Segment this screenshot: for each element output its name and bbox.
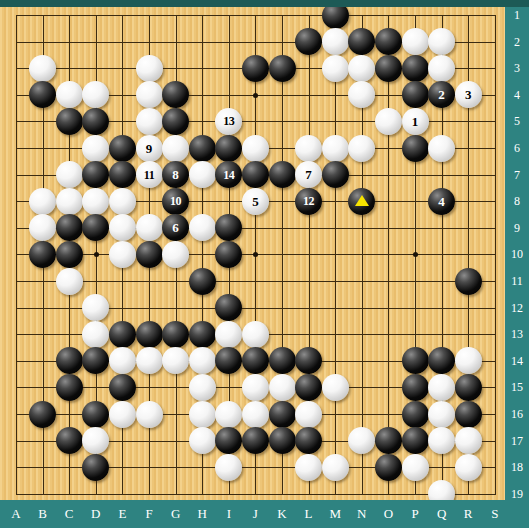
board-cell (415, 281, 442, 308)
column-label-f: F (139, 506, 159, 522)
board-cell (122, 15, 149, 42)
column-label-e: E (112, 506, 132, 522)
board-cell (468, 148, 495, 175)
go-board-screenshot: 2313191181471051246 ABCDEFGHIJKLMNOPQRS1… (0, 0, 529, 528)
move-number-label: 3 (465, 88, 472, 101)
move-number-label: 5 (252, 195, 259, 208)
white-stone-m6[interactable] (322, 135, 349, 162)
row-label-18: 18 (505, 460, 529, 475)
white-stone-r17[interactable] (455, 427, 482, 454)
black-stone-p16[interactable] (402, 401, 429, 428)
column-label-c: C (59, 506, 79, 522)
black-stone-p4[interactable] (402, 81, 429, 108)
column-label-m: M (325, 506, 345, 522)
board-cell (16, 361, 43, 388)
black-stone-k17[interactable] (269, 427, 296, 454)
board-cell (415, 228, 442, 255)
white-stone-j6[interactable] (242, 135, 269, 162)
black-stone-d16[interactable] (82, 401, 109, 428)
board-cell (468, 201, 495, 228)
white-stone-l18[interactable] (295, 454, 322, 481)
black-stone-n8[interactable] (348, 188, 375, 215)
white-stone-j15[interactable] (242, 374, 269, 401)
black-stone-l17[interactable] (295, 427, 322, 454)
black-stone-r15[interactable] (455, 374, 482, 401)
board-cell (335, 281, 362, 308)
black-stone-g5[interactable] (162, 108, 189, 135)
board-cell (16, 334, 43, 361)
board-cell (309, 95, 336, 122)
white-stone-b8[interactable] (29, 188, 56, 215)
black-stone-c15[interactable] (56, 374, 83, 401)
board-cell (282, 228, 309, 255)
white-stone-r14[interactable] (455, 347, 482, 374)
black-stone-j3[interactable] (242, 55, 269, 82)
board-cell (149, 467, 176, 494)
board-cell (69, 42, 96, 69)
row-label-5: 5 (505, 114, 529, 129)
black-stone-e15[interactable] (109, 374, 136, 401)
white-stone-q2[interactable] (428, 28, 455, 55)
black-stone-p17[interactable] (402, 427, 429, 454)
board-cell (309, 308, 336, 335)
board-cell (388, 254, 415, 281)
black-stone-g8[interactable]: 10 (162, 188, 189, 215)
white-stone-e10[interactable] (109, 241, 136, 268)
board-cell (255, 281, 282, 308)
row-label-16: 16 (505, 407, 529, 422)
board-cell (442, 228, 469, 255)
row-label-13: 13 (505, 327, 529, 342)
move-number-label: 11 (144, 169, 154, 181)
white-stone-m18[interactable] (322, 454, 349, 481)
black-stone-r16[interactable] (455, 401, 482, 428)
board-cell (255, 95, 282, 122)
row-label-17: 17 (505, 434, 529, 449)
board-cell (96, 42, 123, 69)
white-stone-p5[interactable]: 1 (402, 108, 429, 135)
white-stone-d13[interactable] (82, 321, 109, 348)
board-cell (282, 281, 309, 308)
board-cell (202, 68, 229, 95)
board-cell (468, 42, 495, 69)
board-cell (255, 254, 282, 281)
row-label-19: 19 (505, 487, 529, 502)
board-cell (335, 254, 362, 281)
board-cell (468, 228, 495, 255)
white-stone-h9[interactable] (189, 214, 216, 241)
white-stone-f16[interactable] (136, 401, 163, 428)
board-cell (468, 175, 495, 202)
row-label-14: 14 (505, 354, 529, 369)
white-stone-i13[interactable] (215, 321, 242, 348)
white-stone-o5[interactable] (375, 108, 402, 135)
white-stone-m3[interactable] (322, 55, 349, 82)
column-label-b: B (33, 506, 53, 522)
white-stone-l7[interactable]: 7 (295, 161, 322, 188)
column-label-h: H (192, 506, 212, 522)
board-cell (388, 281, 415, 308)
board-cell (229, 15, 256, 42)
board-cell (468, 308, 495, 335)
board-cell (282, 95, 309, 122)
black-stone-j17[interactable] (242, 427, 269, 454)
column-label-r: R (458, 506, 478, 522)
white-stone-q16[interactable] (428, 401, 455, 428)
board-cell (335, 334, 362, 361)
board-cell (16, 467, 43, 494)
white-stone-m2[interactable] (322, 28, 349, 55)
triangle-mark-icon (355, 195, 369, 206)
board-cell (202, 15, 229, 42)
board-cell (362, 228, 389, 255)
board-cell (362, 361, 389, 388)
move-number-label: 9 (146, 142, 153, 155)
board-cell (362, 254, 389, 281)
move-number-label: 1 (412, 115, 419, 128)
black-stone-e6[interactable] (109, 135, 136, 162)
white-stone-i5[interactable]: 13 (215, 108, 242, 135)
black-stone-k3[interactable] (269, 55, 296, 82)
white-stone-q15[interactable] (428, 374, 455, 401)
black-stone-p6[interactable] (402, 135, 429, 162)
black-stone-l15[interactable] (295, 374, 322, 401)
white-stone-i18[interactable] (215, 454, 242, 481)
move-number-label: 4 (438, 195, 445, 208)
row-label-8: 8 (505, 194, 529, 209)
column-label-s: S (485, 506, 505, 522)
board-cell (468, 15, 495, 42)
board-cell (388, 308, 415, 335)
black-stone-k16[interactable] (269, 401, 296, 428)
black-stone-k14[interactable] (269, 347, 296, 374)
black-stone-o3[interactable] (375, 55, 402, 82)
white-stone-j8[interactable]: 5 (242, 188, 269, 215)
board-cell (16, 308, 43, 335)
board-cell (388, 175, 415, 202)
board-cell (176, 15, 203, 42)
white-stone-g10[interactable] (162, 241, 189, 268)
move-number-label: 2 (438, 88, 445, 101)
white-stone-r4[interactable]: 3 (455, 81, 482, 108)
black-stone-h6[interactable] (189, 135, 216, 162)
board-cell (122, 441, 149, 468)
white-stone-p2[interactable] (402, 28, 429, 55)
board-cell (122, 467, 149, 494)
black-stone-c9[interactable] (56, 214, 83, 241)
board-cell (255, 228, 282, 255)
row-label-4: 4 (505, 88, 529, 103)
board-cell (69, 15, 96, 42)
top-border-bar (0, 0, 529, 7)
white-stone-g6[interactable] (162, 135, 189, 162)
white-stone-h14[interactable] (189, 347, 216, 374)
board-cell (255, 15, 282, 42)
board-cell (176, 467, 203, 494)
column-label-p: P (405, 506, 425, 522)
board-cell (388, 201, 415, 228)
black-stone-b10[interactable] (29, 241, 56, 268)
white-stone-f3[interactable] (136, 55, 163, 82)
white-stone-e16[interactable] (109, 401, 136, 428)
black-stone-h11[interactable] (189, 268, 216, 295)
white-stone-h16[interactable] (189, 401, 216, 428)
row-coordinate-strip (505, 0, 529, 528)
black-stone-i10[interactable] (215, 241, 242, 268)
white-stone-e9[interactable] (109, 214, 136, 241)
white-stone-j16[interactable] (242, 401, 269, 428)
board-cell (362, 308, 389, 335)
board-cell (282, 254, 309, 281)
white-stone-h17[interactable] (189, 427, 216, 454)
move-number-label: 10 (170, 195, 181, 207)
black-stone-c14[interactable] (56, 347, 83, 374)
black-stone-g7[interactable]: 8 (162, 161, 189, 188)
white-stone-q6[interactable] (428, 135, 455, 162)
black-stone-o2[interactable] (375, 28, 402, 55)
board-cell (149, 15, 176, 42)
white-stone-n6[interactable] (348, 135, 375, 162)
board-cell (149, 281, 176, 308)
column-label-q: Q (432, 506, 452, 522)
white-stone-b3[interactable] (29, 55, 56, 82)
board-cell (202, 42, 229, 69)
black-stone-e7[interactable] (109, 161, 136, 188)
white-stone-q3[interactable] (428, 55, 455, 82)
move-number-label: 8 (172, 168, 179, 181)
black-stone-f10[interactable] (136, 241, 163, 268)
board-cell (442, 308, 469, 335)
black-stone-f13[interactable] (136, 321, 163, 348)
board-cell (309, 228, 336, 255)
white-stone-k15[interactable] (269, 374, 296, 401)
board-cell (16, 441, 43, 468)
column-label-a: A (6, 506, 26, 522)
black-stone-d18[interactable] (82, 454, 109, 481)
white-stone-r18[interactable] (455, 454, 482, 481)
white-stone-c8[interactable] (56, 188, 83, 215)
board-cell (309, 281, 336, 308)
white-stone-h15[interactable] (189, 374, 216, 401)
column-label-d: D (86, 506, 106, 522)
board-cell (335, 308, 362, 335)
board-cell (43, 15, 70, 42)
column-label-o: O (378, 506, 398, 522)
row-label-6: 6 (505, 141, 529, 156)
column-label-j: J (245, 506, 265, 522)
white-stone-e14[interactable] (109, 347, 136, 374)
row-label-15: 15 (505, 380, 529, 395)
white-stone-h7[interactable] (189, 161, 216, 188)
board-cell (16, 281, 43, 308)
white-stone-i16[interactable] (215, 401, 242, 428)
board-cell (335, 228, 362, 255)
black-stone-l2[interactable] (295, 28, 322, 55)
column-label-k: K (272, 506, 292, 522)
row-label-7: 7 (505, 168, 529, 183)
black-stone-e13[interactable] (109, 321, 136, 348)
white-stone-c11[interactable] (56, 268, 83, 295)
black-stone-j7[interactable] (242, 161, 269, 188)
board-cell (96, 15, 123, 42)
board-cell (362, 387, 389, 414)
black-stone-b16[interactable] (29, 401, 56, 428)
white-stone-f14[interactable] (136, 347, 163, 374)
row-label-11: 11 (505, 274, 529, 289)
board-cell (16, 121, 43, 148)
black-stone-p3[interactable] (402, 55, 429, 82)
black-stone-j14[interactable] (242, 347, 269, 374)
board-cell (149, 441, 176, 468)
move-number-label: 12 (303, 195, 314, 207)
board-cell (122, 281, 149, 308)
board-cell (255, 467, 282, 494)
black-stone-g13[interactable] (162, 321, 189, 348)
white-stone-p18[interactable] (402, 454, 429, 481)
white-stone-d6[interactable] (82, 135, 109, 162)
black-stone-k7[interactable] (269, 161, 296, 188)
row-label-12: 12 (505, 301, 529, 316)
black-stone-l8[interactable]: 12 (295, 188, 322, 215)
black-stone-m7[interactable] (322, 161, 349, 188)
column-label-l: L (299, 506, 319, 522)
white-stone-e8[interactable] (109, 188, 136, 215)
board-cell (362, 334, 389, 361)
board-cell (362, 281, 389, 308)
black-stone-o17[interactable] (375, 427, 402, 454)
board-cell (16, 15, 43, 42)
board-cell (388, 228, 415, 255)
black-stone-c10[interactable] (56, 241, 83, 268)
white-stone-m15[interactable] (322, 374, 349, 401)
black-stone-h13[interactable] (189, 321, 216, 348)
row-label-10: 10 (505, 247, 529, 262)
board-cell (43, 308, 70, 335)
white-stone-d8[interactable] (82, 188, 109, 215)
board-cell (415, 254, 442, 281)
white-stone-q17[interactable] (428, 427, 455, 454)
white-stone-f6[interactable]: 9 (136, 135, 163, 162)
white-stone-f9[interactable] (136, 214, 163, 241)
black-stone-q8[interactable]: 4 (428, 188, 455, 215)
board-cell (282, 308, 309, 335)
black-stone-o18[interactable] (375, 454, 402, 481)
white-stone-c4[interactable] (56, 81, 83, 108)
board-cell (16, 148, 43, 175)
move-number-label: 13 (223, 115, 234, 127)
white-stone-f5[interactable] (136, 108, 163, 135)
row-label-3: 3 (505, 61, 529, 76)
column-label-n: N (352, 506, 372, 522)
board-cell (176, 42, 203, 69)
white-stone-f4[interactable] (136, 81, 163, 108)
column-label-i: I (219, 506, 239, 522)
row-label-1: 1 (505, 8, 529, 23)
white-stone-f7[interactable]: 11 (136, 161, 163, 188)
white-stone-n3[interactable] (348, 55, 375, 82)
black-stone-i6[interactable] (215, 135, 242, 162)
board-cell (43, 467, 70, 494)
black-stone-c5[interactable] (56, 108, 83, 135)
board-cell (468, 121, 495, 148)
board-cell (309, 254, 336, 281)
black-stone-p14[interactable] (402, 347, 429, 374)
column-label-g: G (166, 506, 186, 522)
row-label-9: 9 (505, 221, 529, 236)
move-number-label: 14 (223, 169, 234, 181)
move-number-label: 6 (172, 221, 179, 234)
white-stone-l16[interactable] (295, 401, 322, 428)
move-number-label: 7 (305, 168, 312, 181)
black-stone-r11[interactable] (455, 268, 482, 295)
board-cell (415, 308, 442, 335)
black-stone-p15[interactable] (402, 374, 429, 401)
white-stone-j13[interactable] (242, 321, 269, 348)
row-label-2: 2 (505, 35, 529, 50)
white-stone-c7[interactable] (56, 161, 83, 188)
black-stone-c17[interactable] (56, 427, 83, 454)
white-stone-l6[interactable] (295, 135, 322, 162)
black-stone-d5[interactable] (82, 108, 109, 135)
